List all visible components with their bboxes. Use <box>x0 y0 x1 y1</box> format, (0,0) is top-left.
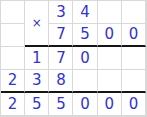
cell-r1c5 <box>98 1 122 24</box>
cell-r4c5 <box>98 70 122 93</box>
cell-r2c5: 0 <box>98 24 122 47</box>
cell-r3c2: 1 <box>25 47 49 70</box>
cell-r4c4 <box>73 70 97 93</box>
cell-r4c1: 2 <box>1 70 25 93</box>
cell-r5c1: 2 <box>1 93 25 116</box>
cell-r4c2: 3 <box>25 70 49 93</box>
cell-r5c5: 0 <box>98 93 122 116</box>
cell-r3c4: 0 <box>73 47 97 70</box>
cell-r3c6 <box>122 47 146 70</box>
cell-r3c1 <box>1 47 25 70</box>
cell-r5c3: 5 <box>49 93 73 116</box>
cell-r2c6: 0 <box>122 24 146 47</box>
cell-r1c4: 4 <box>73 1 97 24</box>
cell-r1c1 <box>1 1 25 24</box>
cell-r1c3: 3 <box>49 1 73 24</box>
cell-r3c3: 7 <box>49 47 73 70</box>
cell-r2c1 <box>1 24 25 47</box>
cell-r3c5 <box>98 47 122 70</box>
cell-r5c4: 0 <box>73 93 97 116</box>
multiply-sign-cell: × <box>25 1 49 47</box>
cell-r4c6 <box>122 70 146 93</box>
cell-r1c6 <box>122 1 146 24</box>
cell-r2c4: 5 <box>73 24 97 47</box>
cell-r5c6: 0 <box>122 93 146 116</box>
cell-r2c3: 7 <box>49 24 73 47</box>
multiplication-worksheet: × 3 4 7 5 0 0 1 7 0 2 3 8 2 5 5 0 0 0 <box>0 0 147 117</box>
worksheet-grid: × 3 4 7 5 0 0 1 7 0 2 3 8 2 5 5 0 0 0 <box>0 0 147 117</box>
cell-r5c2: 5 <box>25 93 49 116</box>
cell-r4c3: 8 <box>49 70 73 93</box>
